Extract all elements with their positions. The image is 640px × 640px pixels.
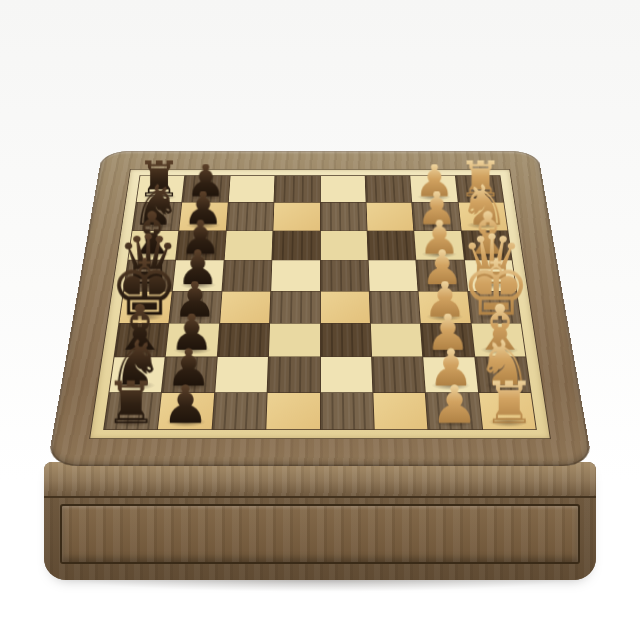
piece-white-pawn[interactable]: ♟ [431,383,478,426]
board-border: ♜♟♟♜♞♟♟♞♝♟♟♝♛♟♟♛♚♟♟♚♝♟♟♝♞♟♟♞♜♟♟♜ [89,169,551,439]
square-h2[interactable]: ♟ [426,393,482,430]
square-c5[interactable] [272,231,319,260]
square-h5[interactable] [266,393,319,430]
box-top: ♜♟♟♜♞♟♟♞♝♟♟♝♛♟♟♛♚♟♟♚♝♟♟♝♞♟♟♞♜♟♟♜ [47,151,593,466]
square-e5[interactable] [270,291,319,323]
square-a3[interactable] [365,176,411,203]
square-h1[interactable]: ♜ [479,393,536,430]
square-d3[interactable] [368,260,417,290]
square-h8[interactable]: ♜ [104,393,161,430]
drawer-front[interactable] [60,504,580,564]
square-b5[interactable] [273,203,319,231]
square-e4[interactable] [320,291,369,323]
square-b4[interactable] [320,203,366,231]
square-d5[interactable] [271,260,319,290]
square-c3[interactable] [367,231,415,260]
square-d6[interactable] [222,260,271,290]
square-e3[interactable] [370,291,420,323]
square-b6[interactable] [226,203,273,231]
square-a4[interactable] [320,176,365,203]
square-f4[interactable] [320,323,371,356]
square-b3[interactable] [366,203,413,231]
board-perspective-wrapper: ♜♟♟♜♞♟♟♞♝♟♟♝♛♟♟♛♚♟♟♚♝♟♟♝♞♟♟♞♜♟♟♜ [47,0,593,466]
square-f6[interactable] [218,323,270,356]
piece-black-rook[interactable]: ♜ [105,379,157,427]
square-e6[interactable] [220,291,270,323]
piece-black-pawn[interactable]: ♟ [161,383,208,426]
square-g4[interactable] [320,357,372,392]
square-f3[interactable] [371,323,423,356]
square-a6[interactable] [228,176,274,203]
square-h3[interactable] [373,393,427,430]
chess-box-scene: ♜♟♟♜♞♟♟♞♝♟♟♝♛♟♟♛♚♟♟♚♝♟♟♝♞♟♟♞♜♟♟♜ [0,0,640,640]
square-c6[interactable] [224,231,272,260]
square-f5[interactable] [269,323,320,356]
box-front [44,462,596,580]
square-c4[interactable] [320,231,367,260]
chessboard-grid: ♜♟♟♜♞♟♟♞♝♟♟♝♛♟♟♛♚♟♟♚♝♟♟♝♞♟♟♞♜♟♟♜ [103,175,537,430]
square-h4[interactable] [320,393,373,430]
square-g3[interactable] [372,357,425,392]
piece-white-rook[interactable]: ♜ [483,379,535,427]
square-h6[interactable] [212,393,266,430]
square-a5[interactable] [274,176,319,203]
box-top-edge-band [44,462,596,498]
square-h7[interactable]: ♟ [158,393,214,430]
square-g5[interactable] [268,357,320,392]
square-g6[interactable] [215,357,268,392]
square-d4[interactable] [320,260,368,290]
